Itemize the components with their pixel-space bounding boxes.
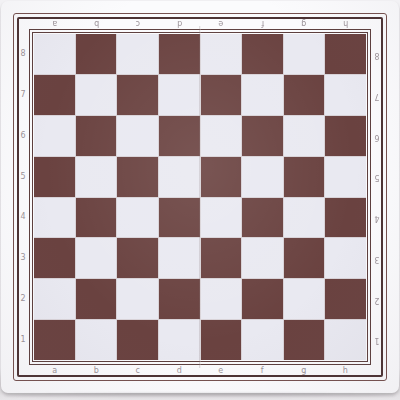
square-e3[interactable] [201,238,242,278]
square-f6[interactable] [242,116,283,156]
square-g3[interactable] [284,238,325,278]
chessboard-plate: abcdefgh abcdefgh 87654321 87654321 [1,1,399,393]
square-a6[interactable] [34,116,75,156]
square-h4[interactable] [325,198,366,238]
square-h5[interactable] [325,157,366,197]
square-e1[interactable] [201,320,242,360]
square-e5[interactable] [201,157,242,197]
square-e4[interactable] [201,198,242,238]
square-d5[interactable] [159,157,200,197]
square-b1[interactable] [76,320,117,360]
square-b4[interactable] [76,198,117,238]
square-d1[interactable] [159,320,200,360]
square-c7[interactable] [117,75,158,115]
square-g1[interactable] [284,320,325,360]
square-a8[interactable] [34,34,75,74]
square-e7[interactable] [201,75,242,115]
square-e6[interactable] [201,116,242,156]
square-h1[interactable] [325,320,366,360]
square-h8[interactable] [325,34,366,74]
square-f3[interactable] [242,238,283,278]
square-f4[interactable] [242,198,283,238]
square-c2[interactable] [117,279,158,319]
square-b6[interactable] [76,116,117,156]
square-b3[interactable] [76,238,117,278]
square-g7[interactable] [284,75,325,115]
square-b2[interactable] [76,279,117,319]
square-a5[interactable] [34,157,75,197]
square-c1[interactable] [117,320,158,360]
square-f8[interactable] [242,34,283,74]
square-g4[interactable] [284,198,325,238]
board-border [29,29,371,365]
square-g6[interactable] [284,116,325,156]
square-a2[interactable] [34,279,75,319]
square-g8[interactable] [284,34,325,74]
photo-background: abcdefgh abcdefgh 87654321 87654321 [0,0,400,400]
square-a4[interactable] [34,198,75,238]
square-b7[interactable] [76,75,117,115]
square-h6[interactable] [325,116,366,156]
square-c5[interactable] [117,157,158,197]
square-c6[interactable] [117,116,158,156]
square-a3[interactable] [34,238,75,278]
square-f2[interactable] [242,279,283,319]
square-b8[interactable] [76,34,117,74]
square-h7[interactable] [325,75,366,115]
square-g5[interactable] [284,157,325,197]
square-d6[interactable] [159,116,200,156]
square-c8[interactable] [117,34,158,74]
square-h2[interactable] [325,279,366,319]
square-g2[interactable] [284,279,325,319]
square-d8[interactable] [159,34,200,74]
square-h3[interactable] [325,238,366,278]
square-d4[interactable] [159,198,200,238]
square-f5[interactable] [242,157,283,197]
square-d7[interactable] [159,75,200,115]
square-c3[interactable] [117,238,158,278]
square-e8[interactable] [201,34,242,74]
square-b5[interactable] [76,157,117,197]
board-edge-shadow [4,393,396,398]
square-f1[interactable] [242,320,283,360]
square-f7[interactable] [242,75,283,115]
square-a1[interactable] [34,320,75,360]
board-grid [34,34,366,360]
board-border-inner [32,32,368,362]
square-c4[interactable] [117,198,158,238]
square-d3[interactable] [159,238,200,278]
square-d2[interactable] [159,279,200,319]
square-a7[interactable] [34,75,75,115]
square-e2[interactable] [201,279,242,319]
